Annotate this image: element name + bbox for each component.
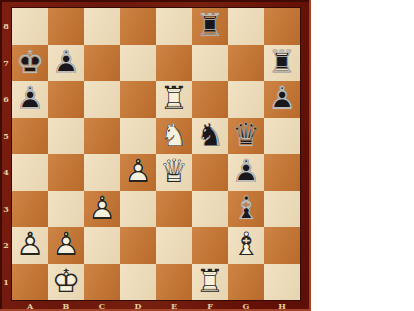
rank-label-6: 6 <box>0 81 12 118</box>
square-a6: ♟♙ <box>12 81 48 118</box>
piece-outline: ♔ <box>48 264 84 301</box>
white-bishop-icon: ♝♗ <box>228 227 264 264</box>
square-f1: ♜♖ <box>192 264 228 301</box>
piece-outline: ♕ <box>156 154 192 191</box>
square-h7: ♜♖ <box>264 45 300 82</box>
square-g4: ♟♙ <box>228 154 264 191</box>
white-rook-icon: ♜♖ <box>156 81 192 118</box>
black-queen-icon: ♛♕ <box>228 118 264 155</box>
rank-label-2: 2 <box>0 227 12 264</box>
square-d1 <box>120 264 156 301</box>
square-b6 <box>48 81 84 118</box>
piece-outline: ♙ <box>48 45 84 82</box>
square-b1: ♚♔ <box>48 264 84 301</box>
file-labels: ABCDEFGH <box>12 300 300 311</box>
square-g5: ♛♕ <box>228 118 264 155</box>
square-f8: ♜♖ <box>192 8 228 45</box>
square-g1 <box>228 264 264 301</box>
square-b5 <box>48 118 84 155</box>
square-e6: ♜♖ <box>156 81 192 118</box>
square-g3: ♝♗ <box>228 191 264 228</box>
square-d2 <box>120 227 156 264</box>
piece-outline: ♙ <box>228 154 264 191</box>
file-label-d: D <box>120 300 156 311</box>
black-king-icon: ♚♔ <box>12 45 48 82</box>
piece-outline: ♔ <box>12 45 48 82</box>
square-a8 <box>12 8 48 45</box>
square-e2 <box>156 227 192 264</box>
rank-label-7: 7 <box>0 45 12 82</box>
white-pawn-icon: ♟♙ <box>120 154 156 191</box>
rank-label-3: 3 <box>0 191 12 228</box>
black-knight-icon: ♞♘ <box>192 118 228 155</box>
rank-labels: 87654321 <box>0 8 12 300</box>
square-g7 <box>228 45 264 82</box>
square-d6 <box>120 81 156 118</box>
file-label-f: F <box>192 300 228 311</box>
square-e3 <box>156 191 192 228</box>
black-rook-icon: ♜♖ <box>192 8 228 45</box>
square-c7 <box>84 45 120 82</box>
white-rook-icon: ♜♖ <box>192 264 228 301</box>
chess-board-frame: 87654321 ♜♖♚♔♟♙♜♖♟♙♜♖♟♙♞♘♞♘♛♕♟♙♛♕♟♙♟♙♝♗♟… <box>0 0 311 311</box>
white-pawn-icon: ♟♙ <box>84 191 120 228</box>
square-b7: ♟♙ <box>48 45 84 82</box>
square-b2: ♟♙ <box>48 227 84 264</box>
rank-label-4: 4 <box>0 154 12 191</box>
square-d8 <box>120 8 156 45</box>
rank-label-1: 1 <box>0 264 12 301</box>
piece-outline: ♙ <box>48 227 84 264</box>
square-g2: ♝♗ <box>228 227 264 264</box>
square-d4: ♟♙ <box>120 154 156 191</box>
square-b3 <box>48 191 84 228</box>
square-c2 <box>84 227 120 264</box>
piece-outline: ♘ <box>156 118 192 155</box>
square-f2 <box>192 227 228 264</box>
black-pawn-icon: ♟♙ <box>264 81 300 118</box>
rank-label-5: 5 <box>0 118 12 155</box>
file-label-a: A <box>12 300 48 311</box>
square-f3 <box>192 191 228 228</box>
square-c3: ♟♙ <box>84 191 120 228</box>
square-f7 <box>192 45 228 82</box>
piece-outline: ♗ <box>228 191 264 228</box>
square-a2: ♟♙ <box>12 227 48 264</box>
white-queen-icon: ♛♕ <box>156 154 192 191</box>
square-f5: ♞♘ <box>192 118 228 155</box>
black-pawn-icon: ♟♙ <box>12 81 48 118</box>
square-h4 <box>264 154 300 191</box>
square-h1 <box>264 264 300 301</box>
piece-outline: ♗ <box>228 227 264 264</box>
white-king-icon: ♚♔ <box>48 264 84 301</box>
square-e7 <box>156 45 192 82</box>
piece-outline: ♕ <box>228 118 264 155</box>
file-label-c: C <box>84 300 120 311</box>
square-a7: ♚♔ <box>12 45 48 82</box>
square-h5 <box>264 118 300 155</box>
white-knight-icon: ♞♘ <box>156 118 192 155</box>
square-f6 <box>192 81 228 118</box>
piece-outline: ♙ <box>12 81 48 118</box>
white-pawn-icon: ♟♙ <box>48 227 84 264</box>
square-d5 <box>120 118 156 155</box>
piece-outline: ♖ <box>192 8 228 45</box>
square-g6 <box>228 81 264 118</box>
square-e4: ♛♕ <box>156 154 192 191</box>
square-b4 <box>48 154 84 191</box>
piece-outline: ♖ <box>192 264 228 301</box>
chess-board: ♜♖♚♔♟♙♜♖♟♙♜♖♟♙♞♘♞♘♛♕♟♙♛♕♟♙♟♙♝♗♟♙♟♙♝♗♚♔♜♖ <box>12 8 300 300</box>
piece-outline: ♘ <box>192 118 228 155</box>
square-h3 <box>264 191 300 228</box>
rank-label-8: 8 <box>0 8 12 45</box>
piece-outline: ♖ <box>264 45 300 82</box>
square-h2 <box>264 227 300 264</box>
square-b8 <box>48 8 84 45</box>
square-d7 <box>120 45 156 82</box>
piece-outline: ♙ <box>84 191 120 228</box>
black-rook-icon: ♜♖ <box>264 45 300 82</box>
square-c6 <box>84 81 120 118</box>
square-h6: ♟♙ <box>264 81 300 118</box>
square-e8 <box>156 8 192 45</box>
black-bishop-icon: ♝♗ <box>228 191 264 228</box>
square-g8 <box>228 8 264 45</box>
square-a4 <box>12 154 48 191</box>
square-e1 <box>156 264 192 301</box>
file-label-g: G <box>228 300 264 311</box>
square-e5: ♞♘ <box>156 118 192 155</box>
file-label-b: B <box>48 300 84 311</box>
square-a3 <box>12 191 48 228</box>
black-pawn-icon: ♟♙ <box>48 45 84 82</box>
square-c5 <box>84 118 120 155</box>
square-c8 <box>84 8 120 45</box>
piece-outline: ♙ <box>120 154 156 191</box>
square-d3 <box>120 191 156 228</box>
square-f4 <box>192 154 228 191</box>
file-label-h: H <box>264 300 300 311</box>
square-h8 <box>264 8 300 45</box>
piece-outline: ♙ <box>12 227 48 264</box>
piece-outline: ♙ <box>264 81 300 118</box>
white-pawn-icon: ♟♙ <box>12 227 48 264</box>
square-a1 <box>12 264 48 301</box>
square-a5 <box>12 118 48 155</box>
file-label-e: E <box>156 300 192 311</box>
square-c4 <box>84 154 120 191</box>
square-c1 <box>84 264 120 301</box>
piece-outline: ♖ <box>156 81 192 118</box>
black-pawn-icon: ♟♙ <box>228 154 264 191</box>
page: 87654321 ♜♖♚♔♟♙♜♖♟♙♜♖♟♙♞♘♞♘♛♕♟♙♛♕♟♙♟♙♝♗♟… <box>0 0 414 311</box>
